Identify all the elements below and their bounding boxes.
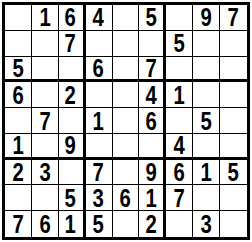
given-digit: 4 <box>93 5 104 30</box>
sudoku-cell-r5c1[interactable] <box>5 108 32 134</box>
sudoku-cell-r5c8[interactable]: 5 <box>193 108 220 134</box>
given-digit: 1 <box>201 160 212 185</box>
sudoku-cell-r3c5[interactable] <box>113 57 140 83</box>
sudoku-cell-r7c4[interactable]: 7 <box>86 160 113 186</box>
given-digit: 1 <box>39 5 50 30</box>
sudoku-cell-r3c1[interactable]: 5 <box>5 57 32 83</box>
sudoku-cell-r7c1[interactable]: 2 <box>5 160 32 186</box>
given-digit: 1 <box>146 185 157 210</box>
sudoku-cell-r2c3[interactable]: 7 <box>59 31 86 57</box>
sudoku-cell-r1c3[interactable]: 6 <box>59 5 86 31</box>
sudoku-cell-r2c5[interactable] <box>113 31 140 57</box>
given-digit: 6 <box>65 5 76 30</box>
given-digit: 5 <box>174 31 185 56</box>
sudoku-cell-r5c3[interactable] <box>59 108 86 134</box>
sudoku-cell-r1c7[interactable] <box>166 5 193 31</box>
sudoku-cell-r8c4[interactable]: 3 <box>86 185 113 211</box>
sudoku-cell-r5c2[interactable]: 7 <box>32 108 59 134</box>
given-digit: 2 <box>146 211 157 237</box>
sudoku-cell-r8c2[interactable] <box>32 185 59 211</box>
sudoku-cell-r4c5[interactable] <box>113 82 140 108</box>
given-digit: 4 <box>146 82 157 107</box>
given-digit: 6 <box>120 185 131 210</box>
given-digit: 9 <box>65 134 76 158</box>
given-digit: 2 <box>12 160 23 185</box>
sudoku-cell-r3c7[interactable] <box>166 57 193 83</box>
sudoku-cell-r1c1[interactable] <box>5 5 32 31</box>
given-digit: 6 <box>174 160 185 185</box>
sudoku-cell-r7c9[interactable]: 5 <box>220 160 247 186</box>
sudoku-cell-r5c4[interactable]: 1 <box>86 108 113 134</box>
sudoku-cell-r1c8[interactable]: 9 <box>193 5 220 31</box>
sudoku-cell-r2c4[interactable] <box>86 31 113 57</box>
sudoku-cell-r6c7[interactable]: 4 <box>166 134 193 160</box>
sudoku-cell-r3c6[interactable]: 7 <box>139 57 166 83</box>
given-digit: 5 <box>12 57 23 81</box>
sudoku-cell-r9c1[interactable]: 7 <box>5 211 32 237</box>
sudoku-cell-r9c4[interactable]: 5 <box>86 211 113 237</box>
sudoku-cell-r1c9[interactable]: 7 <box>220 5 247 31</box>
sudoku-cell-r8c8[interactable] <box>193 185 220 211</box>
given-digit: 1 <box>93 108 104 133</box>
sudoku-cell-r6c4[interactable] <box>86 134 113 160</box>
sudoku-cell-r9c8[interactable]: 3 <box>193 211 220 237</box>
sudoku-cell-r4c6[interactable]: 4 <box>139 82 166 108</box>
sudoku-cell-r9c9[interactable] <box>220 211 247 237</box>
given-digit: 1 <box>12 134 23 158</box>
sudoku-cell-r2c7[interactable]: 5 <box>166 31 193 57</box>
sudoku-cell-r1c2[interactable]: 1 <box>32 5 59 31</box>
sudoku-cell-r2c6[interactable] <box>139 31 166 57</box>
given-digit: 5 <box>146 5 157 30</box>
given-digit: 1 <box>174 82 185 107</box>
sudoku-cell-r4c3[interactable]: 2 <box>59 82 86 108</box>
sudoku-cell-r8c3[interactable]: 5 <box>59 185 86 211</box>
given-digit: 7 <box>12 211 23 237</box>
given-digit: 6 <box>12 82 23 107</box>
sudoku-cell-r1c5[interactable] <box>113 5 140 31</box>
sudoku-cell-r6c5[interactable] <box>113 134 140 160</box>
sudoku-cell-r8c7[interactable]: 7 <box>166 185 193 211</box>
sudoku-cell-r7c2[interactable]: 3 <box>32 160 59 186</box>
sudoku-cell-r7c3[interactable] <box>59 160 86 186</box>
given-digit: 7 <box>93 160 104 185</box>
sudoku-cell-r3c3[interactable] <box>59 57 86 83</box>
sudoku-cell-r4c1[interactable]: 6 <box>5 82 32 108</box>
given-digit: 5 <box>65 185 76 210</box>
given-digit: 5 <box>201 108 212 133</box>
given-digit: 3 <box>39 160 50 185</box>
sudoku-cell-r6c9[interactable] <box>220 134 247 160</box>
given-digit: 5 <box>93 211 104 237</box>
sudoku-cell-r1c4[interactable]: 4 <box>86 5 113 31</box>
sudoku-cell-r8c1[interactable] <box>5 185 32 211</box>
sudoku-cell-r9c6[interactable]: 2 <box>139 211 166 237</box>
given-digit: 3 <box>201 211 212 237</box>
sudoku-cell-r5c5[interactable] <box>113 108 140 134</box>
sudoku-cell-r4c4[interactable] <box>86 82 113 108</box>
sudoku-cell-r9c7[interactable] <box>166 211 193 237</box>
sudoku-cell-r3c8[interactable] <box>193 57 220 83</box>
sudoku-cell-r7c7[interactable]: 6 <box>166 160 193 186</box>
sudoku-cell-r8c6[interactable]: 1 <box>139 185 166 211</box>
given-digit: 7 <box>65 31 76 56</box>
sudoku-cell-r1c6[interactable]: 5 <box>139 5 166 31</box>
sudoku-cell-r9c3[interactable]: 1 <box>59 211 86 237</box>
sudoku-cell-r9c5[interactable] <box>113 211 140 237</box>
sudoku-cell-r2c8[interactable] <box>193 31 220 57</box>
given-digit: 7 <box>228 5 239 30</box>
sudoku-cell-r7c6[interactable]: 9 <box>139 160 166 186</box>
sudoku-cell-r3c9[interactable] <box>220 57 247 83</box>
sudoku-cell-r6c2[interactable] <box>32 134 59 160</box>
sudoku-cell-r4c9[interactable] <box>220 82 247 108</box>
given-digit: 4 <box>174 134 185 158</box>
sudoku-cell-r6c3[interactable]: 9 <box>59 134 86 160</box>
sudoku-cell-r4c2[interactable] <box>32 82 59 108</box>
sudoku-cell-r7c8[interactable]: 1 <box>193 160 220 186</box>
given-digit: 7 <box>146 57 157 81</box>
sudoku-board: 1645977556762417165194237961553617761523 <box>2 2 250 240</box>
given-digit: 9 <box>146 160 157 185</box>
given-digit: 2 <box>65 82 76 107</box>
sudoku-cell-r8c9[interactable] <box>220 185 247 211</box>
sudoku-cell-r2c2[interactable] <box>32 31 59 57</box>
sudoku-cell-r5c6[interactable]: 6 <box>139 108 166 134</box>
sudoku-cell-r2c9[interactable] <box>220 31 247 57</box>
sudoku-cell-r5c9[interactable] <box>220 108 247 134</box>
sudoku-cell-r9c2[interactable]: 6 <box>32 211 59 237</box>
sudoku-cell-r2c1[interactable] <box>5 31 32 57</box>
given-digit: 6 <box>146 108 157 133</box>
sudoku-cell-r4c8[interactable] <box>193 82 220 108</box>
given-digit: 9 <box>201 5 212 30</box>
sudoku-cell-r3c4[interactable]: 6 <box>86 57 113 83</box>
sudoku-cell-r5c7[interactable] <box>166 108 193 134</box>
given-digit: 6 <box>93 57 104 81</box>
given-digit: 3 <box>93 185 104 210</box>
sudoku-cell-r6c8[interactable] <box>193 134 220 160</box>
sudoku-cell-r7c5[interactable] <box>113 160 140 186</box>
given-digit: 7 <box>39 108 50 133</box>
sudoku-cell-r3c2[interactable] <box>32 57 59 83</box>
given-digit: 7 <box>174 185 185 210</box>
sudoku-cell-r4c7[interactable]: 1 <box>166 82 193 108</box>
given-digit: 1 <box>65 211 76 237</box>
sudoku-cell-r6c1[interactable]: 1 <box>5 134 32 160</box>
sudoku-cell-r8c5[interactable]: 6 <box>113 185 140 211</box>
given-digit: 6 <box>39 211 50 237</box>
sudoku-cell-r6c6[interactable] <box>139 134 166 160</box>
given-digit: 5 <box>228 160 239 185</box>
